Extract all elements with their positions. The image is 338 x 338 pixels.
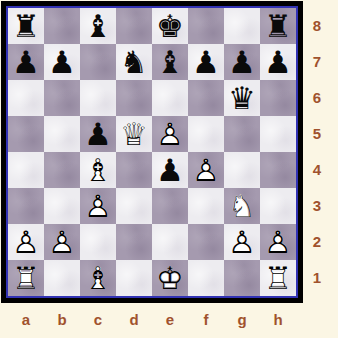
piece-black-bishop: ♝	[80, 8, 116, 44]
square-c7[interactable]	[80, 44, 116, 80]
file-label-b: b	[44, 306, 80, 336]
square-d1[interactable]	[116, 260, 152, 296]
piece-white-bishop-fill: ♝	[80, 152, 116, 188]
square-f4[interactable]: ♟♙	[188, 152, 224, 188]
piece-white-king: ♔	[152, 260, 188, 296]
piece-white-pawn-fill: ♟	[80, 188, 116, 224]
square-d5[interactable]: ♛♕	[116, 116, 152, 152]
square-d7[interactable]: ♞	[116, 44, 152, 80]
square-b1[interactable]	[44, 260, 80, 296]
square-a1[interactable]: ♜♖	[8, 260, 44, 296]
file-label-c: c	[80, 306, 116, 336]
square-d2[interactable]	[116, 224, 152, 260]
piece-white-bishop-fill: ♝	[80, 260, 116, 296]
square-b5[interactable]	[44, 116, 80, 152]
piece-black-knight: ♞	[116, 44, 152, 80]
piece-white-knight-fill: ♞	[224, 188, 260, 224]
square-b8[interactable]	[44, 8, 80, 44]
square-b4[interactable]	[44, 152, 80, 188]
piece-white-pawn-fill: ♟	[8, 224, 44, 260]
rank-label-1: 1	[304, 260, 330, 296]
file-label-h: h	[260, 306, 296, 336]
piece-white-pawn-fill: ♟	[44, 224, 80, 260]
piece-white-rook-fill: ♜	[260, 260, 296, 296]
square-h6[interactable]	[260, 80, 296, 116]
piece-white-king-fill: ♚	[152, 260, 188, 296]
square-g5[interactable]	[224, 116, 260, 152]
square-g2[interactable]: ♟♙	[224, 224, 260, 260]
square-f7[interactable]: ♟	[188, 44, 224, 80]
square-d6[interactable]	[116, 80, 152, 116]
piece-black-pawn: ♟	[44, 44, 80, 80]
file-labels: abcdefgh	[8, 306, 296, 336]
square-e6[interactable]	[152, 80, 188, 116]
piece-white-rook: ♖	[8, 260, 44, 296]
square-d3[interactable]	[116, 188, 152, 224]
square-f6[interactable]	[188, 80, 224, 116]
square-b2[interactable]: ♟♙	[44, 224, 80, 260]
square-e3[interactable]	[152, 188, 188, 224]
piece-white-queen-fill: ♛	[116, 116, 152, 152]
piece-white-pawn-fill: ♟	[188, 152, 224, 188]
square-c6[interactable]	[80, 80, 116, 116]
board-inner-border: ♜♝♚♜♟♟♞♝♟♟♟♛♟♛♕♟♙♝♗♟♟♙♟♙♞♘♟♙♟♙♟♙♟♙♜♖♝♗♚♔…	[6, 6, 298, 298]
square-e8[interactable]: ♚	[152, 8, 188, 44]
file-label-g: g	[224, 306, 260, 336]
square-b3[interactable]	[44, 188, 80, 224]
piece-white-pawn-fill: ♟	[260, 224, 296, 260]
rank-label-6: 6	[304, 80, 330, 116]
chess-board: ♜♝♚♜♟♟♞♝♟♟♟♛♟♛♕♟♙♝♗♟♟♙♟♙♞♘♟♙♟♙♟♙♟♙♜♖♝♗♚♔…	[8, 8, 296, 296]
file-label-d: d	[116, 306, 152, 336]
rank-labels: 87654321	[304, 8, 330, 296]
square-e1[interactable]: ♚♔	[152, 260, 188, 296]
square-e5[interactable]: ♟♙	[152, 116, 188, 152]
square-f5[interactable]	[188, 116, 224, 152]
square-a3[interactable]	[8, 188, 44, 224]
square-g6[interactable]: ♛	[224, 80, 260, 116]
square-f2[interactable]	[188, 224, 224, 260]
piece-white-pawn-fill: ♟	[224, 224, 260, 260]
piece-black-rook: ♜	[260, 8, 296, 44]
piece-white-pawn: ♙	[224, 224, 260, 260]
piece-white-rook-fill: ♜	[8, 260, 44, 296]
file-label-f: f	[188, 306, 224, 336]
rank-label-8: 8	[304, 8, 330, 44]
square-f1[interactable]	[188, 260, 224, 296]
square-h2[interactable]: ♟♙	[260, 224, 296, 260]
square-e4[interactable]: ♟	[152, 152, 188, 188]
piece-white-knight: ♘	[224, 188, 260, 224]
piece-black-pawn: ♟	[152, 152, 188, 188]
square-h5[interactable]	[260, 116, 296, 152]
square-a5[interactable]	[8, 116, 44, 152]
square-a2[interactable]: ♟♙	[8, 224, 44, 260]
piece-white-pawn: ♙	[152, 116, 188, 152]
piece-white-pawn: ♙	[80, 188, 116, 224]
piece-black-pawn: ♟	[224, 44, 260, 80]
square-a7[interactable]: ♟	[8, 44, 44, 80]
square-f8[interactable]	[188, 8, 224, 44]
board-frame: ♜♝♚♜♟♟♞♝♟♟♟♛♟♛♕♟♙♝♗♟♟♙♟♙♞♘♟♙♟♙♟♙♟♙♜♖♝♗♚♔…	[1, 1, 303, 303]
square-a6[interactable]	[8, 80, 44, 116]
square-c5[interactable]: ♟	[80, 116, 116, 152]
rank-label-7: 7	[304, 44, 330, 80]
piece-white-pawn-fill: ♟	[152, 116, 188, 152]
page: ♜♝♚♜♟♟♞♝♟♟♟♛♟♛♕♟♙♝♗♟♟♙♟♙♞♘♟♙♟♙♟♙♟♙♜♖♝♗♚♔…	[0, 0, 338, 338]
piece-black-pawn: ♟	[80, 116, 116, 152]
square-e7[interactable]: ♝	[152, 44, 188, 80]
piece-white-pawn: ♙	[8, 224, 44, 260]
square-c1[interactable]: ♝♗	[80, 260, 116, 296]
square-c3[interactable]: ♟♙	[80, 188, 116, 224]
square-c2[interactable]	[80, 224, 116, 260]
square-h7[interactable]: ♟	[260, 44, 296, 80]
piece-white-bishop: ♗	[80, 260, 116, 296]
piece-white-pawn: ♙	[188, 152, 224, 188]
square-c8[interactable]: ♝	[80, 8, 116, 44]
piece-black-bishop: ♝	[152, 44, 188, 80]
piece-black-king: ♚	[152, 8, 188, 44]
square-a4[interactable]	[8, 152, 44, 188]
square-g7[interactable]: ♟	[224, 44, 260, 80]
square-g8[interactable]	[224, 8, 260, 44]
square-a8[interactable]: ♜	[8, 8, 44, 44]
square-g3[interactable]: ♞♘	[224, 188, 260, 224]
piece-black-pawn: ♟	[260, 44, 296, 80]
square-h4[interactable]	[260, 152, 296, 188]
rank-label-3: 3	[304, 188, 330, 224]
piece-black-rook: ♜	[8, 8, 44, 44]
file-label-e: e	[152, 306, 188, 336]
square-g1[interactable]	[224, 260, 260, 296]
square-g4[interactable]	[224, 152, 260, 188]
rank-label-4: 4	[304, 152, 330, 188]
square-e2[interactable]	[152, 224, 188, 260]
piece-white-queen: ♕	[116, 116, 152, 152]
piece-black-queen: ♛	[224, 80, 260, 116]
piece-white-bishop: ♗	[80, 152, 116, 188]
rank-label-5: 5	[304, 116, 330, 152]
square-h1[interactable]: ♜♖	[260, 260, 296, 296]
square-b6[interactable]	[44, 80, 80, 116]
square-b7[interactable]: ♟	[44, 44, 80, 80]
square-f3[interactable]	[188, 188, 224, 224]
piece-black-pawn: ♟	[188, 44, 224, 80]
square-c4[interactable]: ♝♗	[80, 152, 116, 188]
square-h8[interactable]: ♜	[260, 8, 296, 44]
file-label-a: a	[8, 306, 44, 336]
square-d4[interactable]	[116, 152, 152, 188]
piece-white-pawn: ♙	[44, 224, 80, 260]
square-d8[interactable]	[116, 8, 152, 44]
rank-label-2: 2	[304, 224, 330, 260]
piece-white-rook: ♖	[260, 260, 296, 296]
square-h3[interactable]	[260, 188, 296, 224]
piece-black-pawn: ♟	[8, 44, 44, 80]
piece-white-pawn: ♙	[260, 224, 296, 260]
